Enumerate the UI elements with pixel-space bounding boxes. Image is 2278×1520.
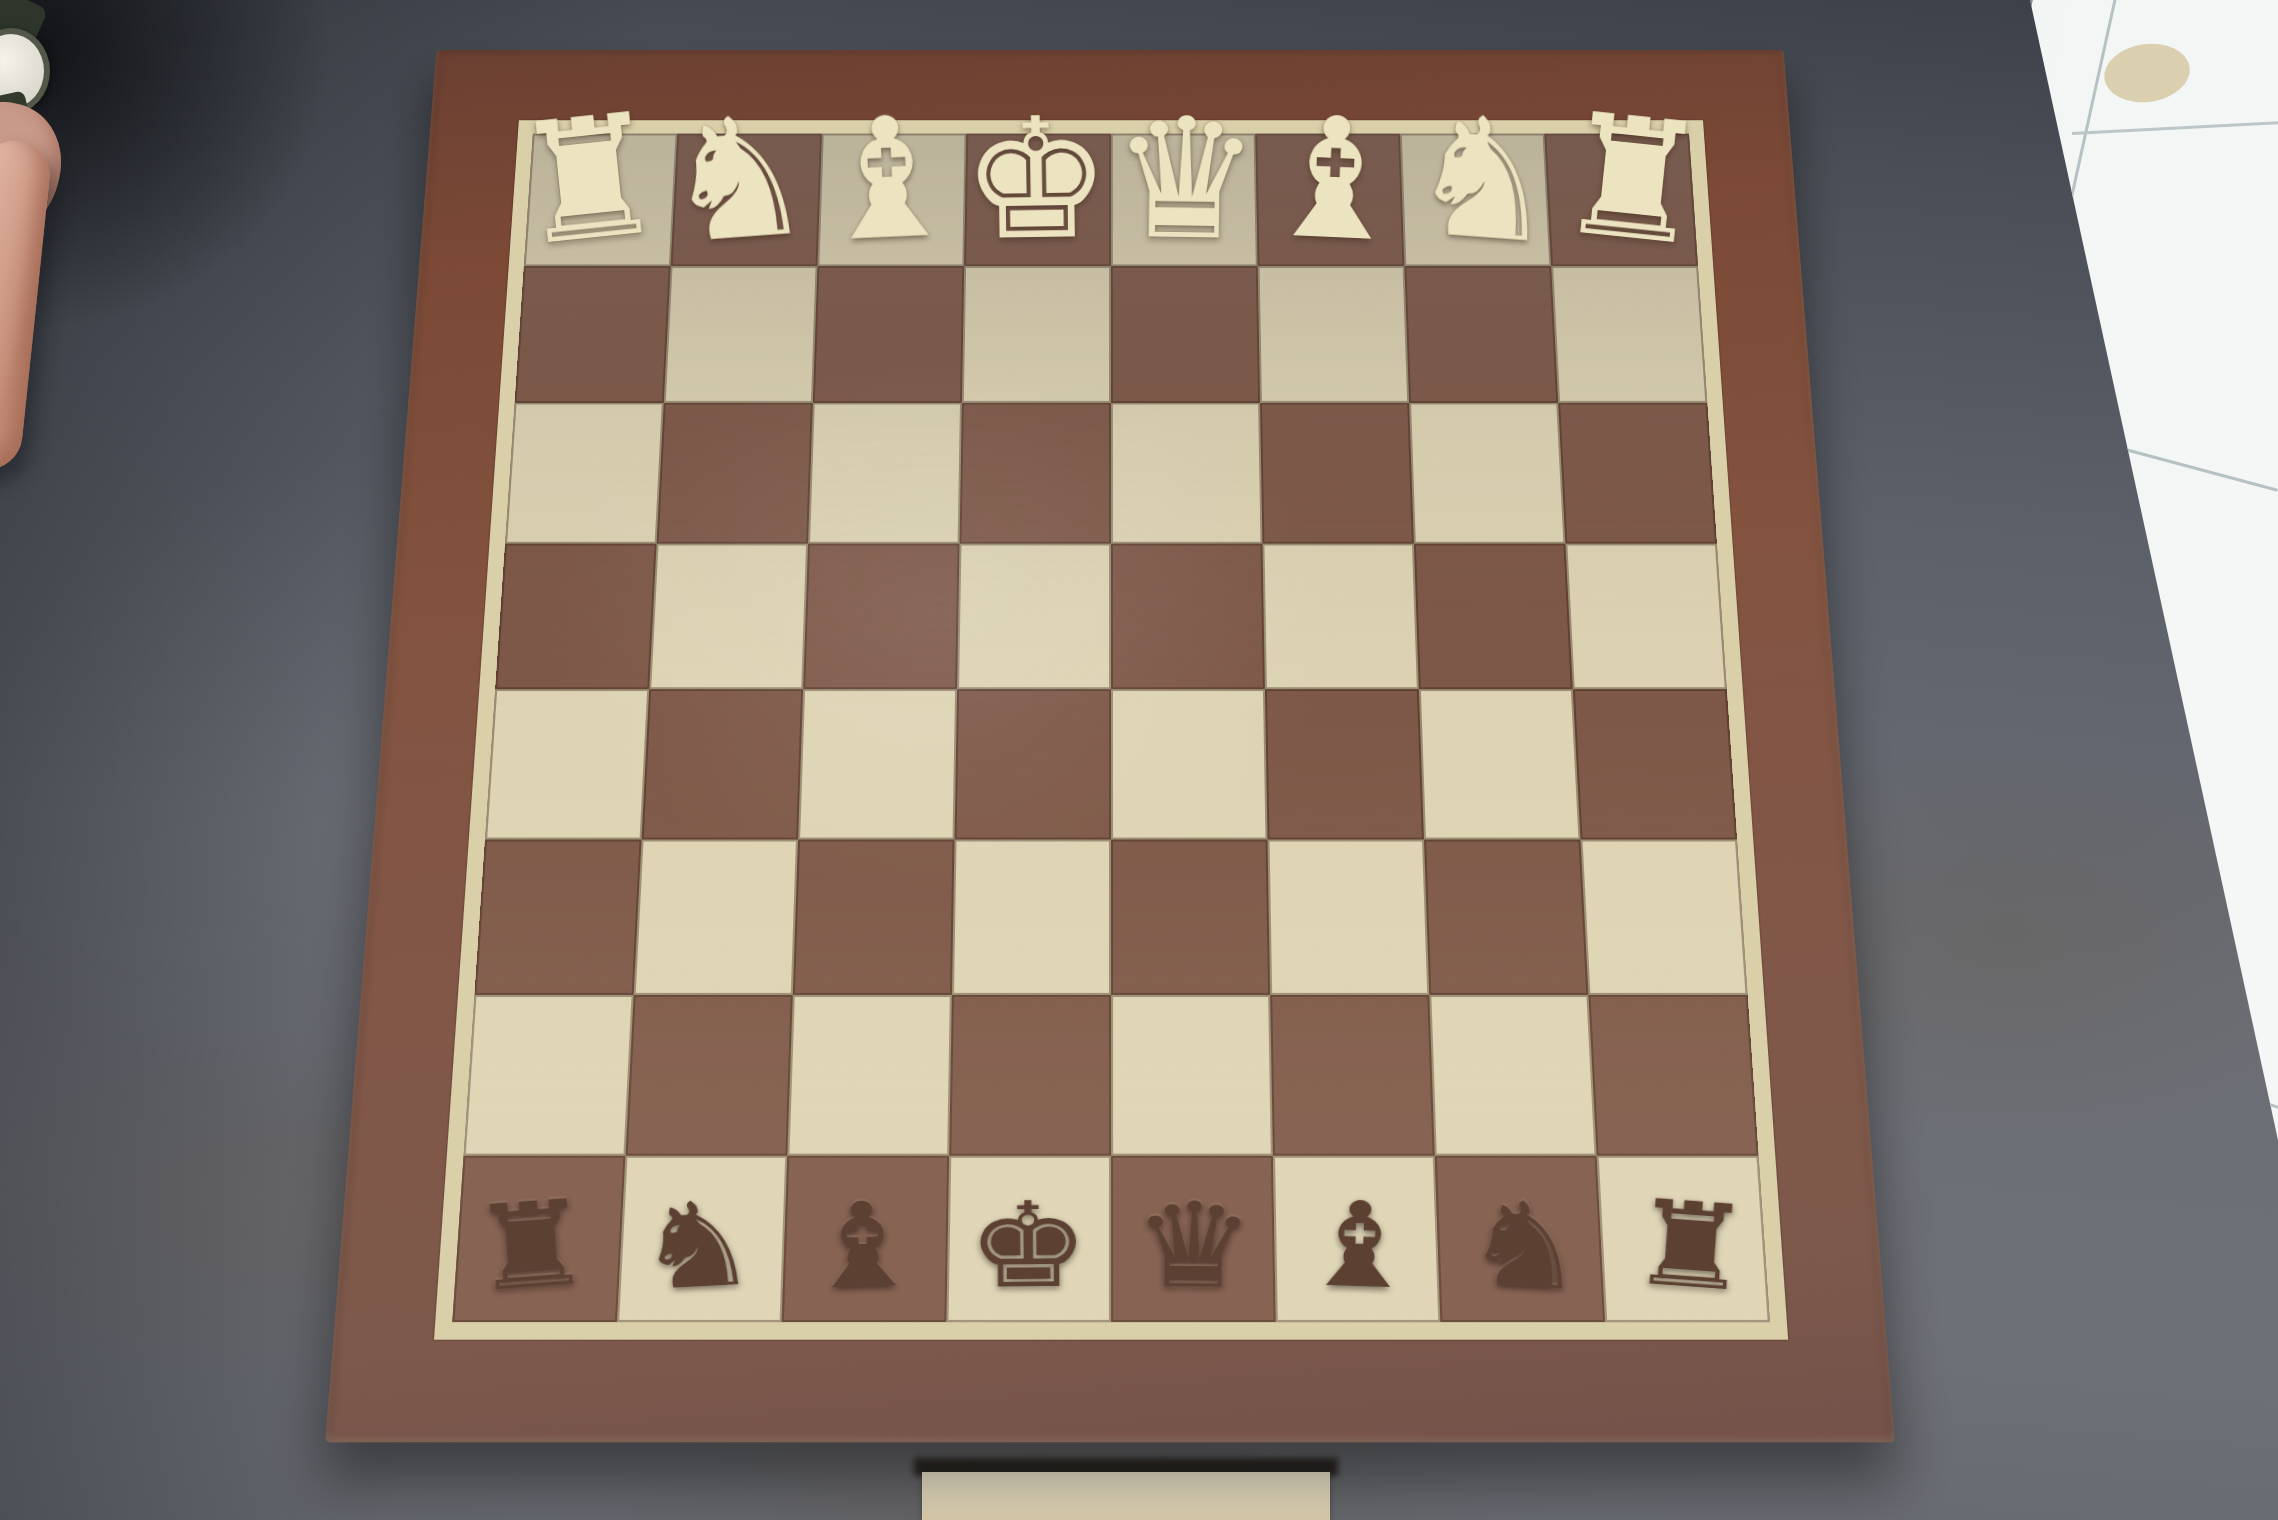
square-d8[interactable]: ♛ bbox=[1111, 1156, 1276, 1322]
board-grid: ♜♞♝♚♛♝♞♜♜♞♝♚♛♝♞♜ bbox=[452, 134, 1769, 1322]
square-g5[interactable] bbox=[642, 689, 804, 839]
square-f2[interactable] bbox=[813, 266, 964, 403]
square-d3[interactable] bbox=[1111, 403, 1262, 544]
piece-white-knight[interactable]: ♞ bbox=[657, 91, 818, 268]
square-c3[interactable] bbox=[1260, 403, 1414, 544]
piece-black-rook[interactable]: ♜ bbox=[1625, 1183, 1756, 1309]
square-e2[interactable] bbox=[962, 266, 1111, 403]
square-f1[interactable]: ♝ bbox=[817, 134, 966, 266]
square-a7[interactable] bbox=[1588, 995, 1758, 1156]
square-g6[interactable] bbox=[634, 840, 798, 995]
piece-black-king[interactable]: ♚ bbox=[966, 1186, 1090, 1305]
square-f7[interactable] bbox=[787, 995, 952, 1156]
square-c5[interactable] bbox=[1265, 689, 1424, 839]
square-b1[interactable]: ♞ bbox=[1400, 134, 1551, 266]
tile-stain-spot bbox=[2100, 38, 2193, 107]
chess-board: ♜♞♝♚♛♝♞♜♜♞♝♚♛♝♞♜ bbox=[325, 50, 1895, 1442]
square-b3[interactable] bbox=[1409, 403, 1565, 544]
square-e8[interactable]: ♚ bbox=[946, 1156, 1111, 1322]
square-a1[interactable]: ♜ bbox=[1544, 134, 1698, 266]
piece-white-knight[interactable]: ♞ bbox=[1403, 91, 1564, 268]
square-h7[interactable] bbox=[464, 995, 634, 1156]
square-h5[interactable] bbox=[485, 689, 649, 839]
piece-white-queen[interactable]: ♛ bbox=[1110, 95, 1262, 264]
square-a5[interactable] bbox=[1573, 689, 1737, 839]
square-e5[interactable] bbox=[955, 689, 1111, 839]
piece-white-rook[interactable]: ♜ bbox=[1550, 89, 1716, 270]
square-f3[interactable] bbox=[808, 403, 962, 544]
board-scene: ♜♞♝♚♛♝♞♜♜♞♝♚♛♝♞♜ bbox=[325, 50, 1895, 1442]
piece-white-king[interactable]: ♚ bbox=[960, 95, 1112, 264]
square-b8[interactable]: ♞ bbox=[1435, 1156, 1605, 1322]
square-a2[interactable] bbox=[1551, 266, 1707, 403]
piece-black-queen[interactable]: ♛ bbox=[1132, 1186, 1256, 1305]
square-f5[interactable] bbox=[798, 689, 957, 839]
piece-white-rook[interactable]: ♜ bbox=[506, 89, 672, 270]
piece-black-knight[interactable]: ♞ bbox=[1461, 1184, 1589, 1308]
wooden-piece-box bbox=[922, 1472, 1330, 1520]
piece-black-rook[interactable]: ♜ bbox=[466, 1183, 597, 1309]
square-d4[interactable] bbox=[1111, 544, 1265, 690]
square-e7[interactable] bbox=[949, 995, 1111, 1156]
square-g1[interactable]: ♞ bbox=[671, 134, 822, 266]
square-e3[interactable] bbox=[960, 403, 1111, 544]
square-g4[interactable] bbox=[649, 544, 808, 690]
square-h8[interactable]: ♜ bbox=[452, 1156, 625, 1322]
square-g2[interactable] bbox=[664, 266, 818, 403]
square-e4[interactable] bbox=[957, 544, 1111, 690]
square-h6[interactable] bbox=[475, 840, 642, 995]
square-c1[interactable]: ♝ bbox=[1255, 134, 1404, 266]
square-c6[interactable] bbox=[1268, 840, 1430, 995]
square-e1[interactable]: ♚ bbox=[964, 134, 1111, 266]
square-c7[interactable] bbox=[1270, 995, 1435, 1156]
tile-grout-line bbox=[2072, 121, 2278, 135]
square-a4[interactable] bbox=[1565, 544, 1726, 690]
square-b4[interactable] bbox=[1414, 544, 1573, 690]
square-a3[interactable] bbox=[1558, 403, 1717, 544]
square-d2[interactable] bbox=[1111, 266, 1260, 403]
tile-grout-line bbox=[2118, 446, 2278, 492]
square-f4[interactable] bbox=[803, 544, 959, 690]
square-f6[interactable] bbox=[793, 840, 955, 995]
square-a8[interactable]: ♜ bbox=[1597, 1156, 1770, 1322]
piece-black-bishop[interactable]: ♝ bbox=[800, 1185, 926, 1306]
square-b6[interactable] bbox=[1424, 840, 1588, 995]
piece-black-bishop[interactable]: ♝ bbox=[1296, 1185, 1422, 1306]
piece-black-knight[interactable]: ♞ bbox=[633, 1184, 761, 1308]
square-b5[interactable] bbox=[1419, 689, 1581, 839]
square-h3[interactable] bbox=[505, 403, 664, 544]
square-c8[interactable]: ♝ bbox=[1273, 1156, 1441, 1322]
square-h2[interactable] bbox=[515, 266, 671, 403]
square-f8[interactable]: ♝ bbox=[782, 1156, 949, 1322]
square-d7[interactable] bbox=[1111, 995, 1273, 1156]
square-b2[interactable] bbox=[1404, 266, 1558, 403]
square-g8[interactable]: ♞ bbox=[617, 1156, 787, 1322]
square-d5[interactable] bbox=[1111, 689, 1268, 839]
photo-scene: ♜♞♝♚♛♝♞♜♜♞♝♚♛♝♞♜ bbox=[0, 0, 2278, 1520]
board-inner-border: ♜♞♝♚♛♝♞♜♜♞♝♚♛♝♞♜ bbox=[434, 120, 1788, 1339]
square-d1[interactable]: ♛ bbox=[1111, 134, 1258, 266]
square-g7[interactable] bbox=[625, 995, 792, 1156]
square-d6[interactable] bbox=[1111, 840, 1270, 995]
square-g3[interactable] bbox=[657, 403, 813, 544]
square-b7[interactable] bbox=[1429, 995, 1596, 1156]
piece-white-bishop[interactable]: ♝ bbox=[809, 93, 966, 266]
square-h4[interactable] bbox=[495, 544, 656, 690]
piece-white-bishop[interactable]: ♝ bbox=[1256, 93, 1413, 266]
square-h1[interactable]: ♜ bbox=[524, 134, 677, 266]
square-c2[interactable] bbox=[1258, 266, 1409, 403]
square-c4[interactable] bbox=[1262, 544, 1418, 690]
square-a6[interactable] bbox=[1580, 840, 1747, 995]
square-e6[interactable] bbox=[952, 840, 1111, 995]
